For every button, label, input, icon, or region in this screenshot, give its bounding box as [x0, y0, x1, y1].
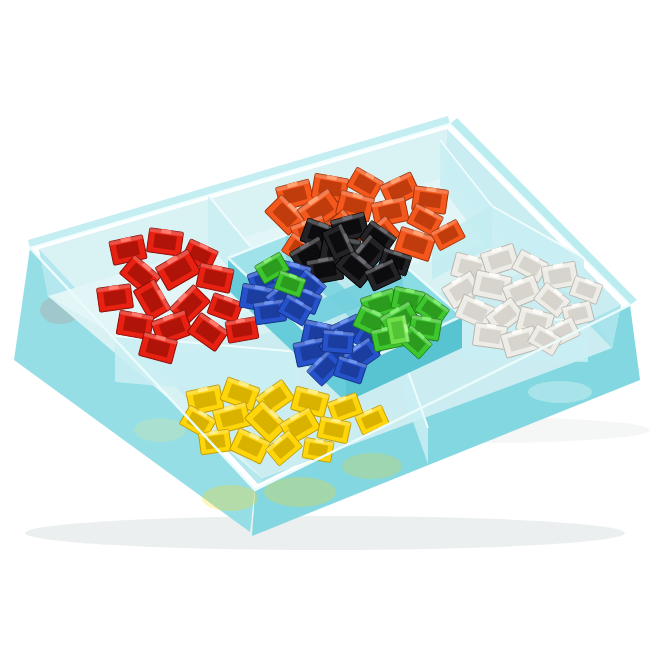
red-token	[146, 227, 183, 256]
organizer-box-photo	[0, 0, 660, 660]
yellow-showthrough-1	[202, 485, 258, 511]
blue-lower-token	[322, 329, 354, 354]
yellow-showthrough-4	[134, 418, 186, 442]
box-shadow	[25, 516, 625, 550]
white-showthrough	[528, 381, 592, 403]
yellow-showthrough-3	[342, 453, 402, 479]
red-token	[96, 283, 133, 312]
photo-canvas	[0, 0, 660, 660]
